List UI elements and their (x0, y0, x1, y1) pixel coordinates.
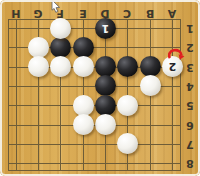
row-label-3: 3 (182, 61, 198, 73)
grid-line-vertical (16, 19, 17, 171)
stone-white-E3 (73, 56, 94, 77)
move-number-label: 1 (95, 18, 116, 39)
stone-white-C7 (117, 133, 138, 154)
stone-black-F2 (50, 37, 71, 58)
row-label-5: 5 (182, 99, 198, 111)
stone-white-G2 (28, 37, 49, 58)
stone-white-F3 (50, 56, 71, 77)
stone-white-E5 (73, 95, 94, 116)
grid-line-horizontal (8, 163, 181, 164)
grid-line-horizontal (8, 144, 181, 145)
stone-black-B3 (140, 56, 161, 77)
stone-white-C5 (117, 95, 138, 116)
stone-white-B4 (140, 75, 161, 96)
stone-black-D3 (95, 56, 116, 77)
row-label-8: 8 (182, 157, 198, 169)
stone-white-G3 (28, 56, 49, 77)
stone-white-F1 (50, 18, 71, 39)
go-board[interactable]: HGFEDCBA1234567812 (0, 0, 200, 176)
stone-white-E6 (73, 114, 94, 135)
col-label-B: B (142, 7, 158, 19)
stone-white-D6 (95, 114, 116, 135)
col-label-E: E (75, 7, 91, 19)
row-label-6: 6 (182, 119, 198, 131)
stone-black-C3 (117, 56, 138, 77)
grid-line-vertical (172, 19, 173, 171)
stone-black-E2 (73, 37, 94, 58)
row-label-7: 7 (182, 138, 198, 150)
stone-black-D1: 1 (95, 18, 116, 39)
stone-black-D4 (95, 75, 116, 96)
col-label-C: C (119, 7, 135, 19)
go-board-screenshot: HGFEDCBA1234567812 (0, 0, 200, 176)
last-move-marker-icon (168, 48, 185, 61)
col-label-H: H (8, 7, 24, 19)
stone-black-D5 (95, 95, 116, 116)
col-label-A: A (164, 7, 180, 19)
row-label-4: 4 (182, 80, 198, 92)
mouse-cursor-icon (51, 0, 61, 13)
col-label-G: G (30, 7, 46, 19)
row-label-1: 1 (182, 22, 198, 34)
